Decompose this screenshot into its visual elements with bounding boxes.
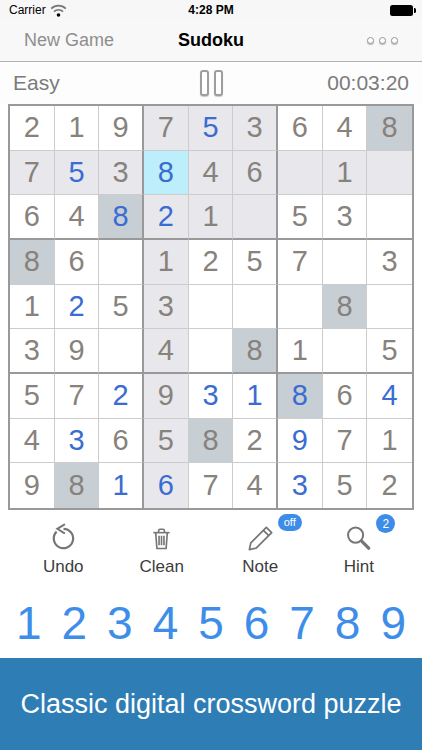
sudoku-cell-r4c8[interactable]: [323, 240, 368, 285]
sudoku-cell-r5c8[interactable]: 8: [323, 285, 368, 330]
hint-count-badge: 2: [376, 514, 395, 533]
sudoku-cell-r2c1[interactable]: 7: [10, 151, 55, 196]
sudoku-cell-r9c2[interactable]: 8: [55, 463, 100, 508]
sudoku-board: 2197536487538461648215386125731253839481…: [8, 104, 414, 510]
sudoku-cell-r3c7[interactable]: 5: [278, 195, 323, 240]
numpad-8[interactable]: 8: [335, 600, 361, 646]
hint-button[interactable]: 2 Hint: [310, 520, 409, 588]
sudoku-cell-r3c6[interactable]: [233, 195, 278, 240]
sudoku-cell-r6c3[interactable]: [99, 329, 144, 374]
wifi-icon: [50, 4, 67, 17]
clean-label: Clean: [140, 557, 184, 577]
sudoku-cell-r2c2[interactable]: 5: [55, 151, 100, 196]
note-button[interactable]: off Note: [211, 520, 310, 588]
clean-button[interactable]: Clean: [113, 520, 212, 588]
sudoku-cell-r1c6[interactable]: 3: [233, 106, 278, 151]
sudoku-cell-r6c1[interactable]: 3: [10, 329, 55, 374]
toolbar: Undo Clean off Note: [0, 510, 422, 588]
numpad-1[interactable]: 1: [16, 600, 42, 646]
sudoku-cell-r2c8[interactable]: 1: [323, 151, 368, 196]
sudoku-cell-r9c6[interactable]: 4: [233, 463, 278, 508]
pause-icon: [214, 70, 223, 96]
sudoku-cell-r9c4[interactable]: 6: [144, 463, 189, 508]
sudoku-cell-r8c4[interactable]: 5: [144, 419, 189, 464]
sudoku-cell-r1c9[interactable]: 8: [367, 106, 412, 151]
sudoku-cell-r4c5[interactable]: 2: [189, 240, 234, 285]
sudoku-cell-r3c1[interactable]: 6: [10, 195, 55, 240]
sudoku-cell-r5c1[interactable]: 1: [10, 285, 55, 330]
magnifier-icon: 2: [343, 520, 374, 554]
sudoku-cell-r9c9[interactable]: 2: [367, 463, 412, 508]
sudoku-cell-r8c2[interactable]: 3: [55, 419, 100, 464]
sudoku-cell-r4c2[interactable]: 6: [55, 240, 100, 285]
sudoku-cell-r9c3[interactable]: 1: [99, 463, 144, 508]
undo-button[interactable]: Undo: [14, 520, 113, 588]
numpad-9[interactable]: 9: [380, 600, 406, 646]
sudoku-cell-r3c4[interactable]: 2: [144, 195, 189, 240]
numpad-2[interactable]: 2: [62, 600, 88, 646]
number-pad: 123456789: [0, 588, 422, 658]
sudoku-cell-r2c4[interactable]: 8: [144, 151, 189, 196]
sudoku-cell-r6c7[interactable]: 1: [278, 329, 323, 374]
sudoku-cell-r4c3[interactable]: [99, 240, 144, 285]
sudoku-cell-r7c8[interactable]: 6: [323, 374, 368, 419]
sudoku-cell-r8c3[interactable]: 6: [99, 419, 144, 464]
sudoku-cell-r4c6[interactable]: 5: [233, 240, 278, 285]
new-game-button[interactable]: New Game: [24, 30, 114, 51]
sudoku-cell-r8c5[interactable]: 8: [189, 419, 234, 464]
sudoku-cell-r9c7[interactable]: 3: [278, 463, 323, 508]
sudoku-cell-r4c9[interactable]: 3: [367, 240, 412, 285]
sudoku-cell-r4c4[interactable]: 1: [144, 240, 189, 285]
sudoku-cell-r5c7[interactable]: [278, 285, 323, 330]
numpad-4[interactable]: 4: [153, 600, 179, 646]
sudoku-cell-r2c3[interactable]: 3: [99, 151, 144, 196]
sudoku-cell-r7c7[interactable]: 8: [278, 374, 323, 419]
ellipsis-menu-icon[interactable]: [367, 37, 398, 44]
pause-icon: [200, 70, 209, 96]
sudoku-cell-r8c8[interactable]: 7: [323, 419, 368, 464]
numpad-5[interactable]: 5: [198, 600, 224, 646]
sudoku-cell-r6c4[interactable]: 4: [144, 329, 189, 374]
sudoku-cell-r1c8[interactable]: 4: [323, 106, 368, 151]
numpad-3[interactable]: 3: [107, 600, 133, 646]
sudoku-cell-r5c5[interactable]: [189, 285, 234, 330]
sudoku-cell-r7c9[interactable]: 4: [367, 374, 412, 419]
sudoku-cell-r1c1[interactable]: 2: [10, 106, 55, 151]
note-status-badge: off: [278, 514, 302, 531]
sudoku-cell-r8c6[interactable]: 2: [233, 419, 278, 464]
sudoku-cell-r8c9[interactable]: 1: [367, 419, 412, 464]
sudoku-cell-r9c8[interactable]: 5: [323, 463, 368, 508]
sudoku-cell-r9c1[interactable]: 9: [10, 463, 55, 508]
sudoku-cell-r4c7[interactable]: 7: [278, 240, 323, 285]
sudoku-cell-r7c2[interactable]: 7: [55, 374, 100, 419]
numpad-7[interactable]: 7: [289, 600, 315, 646]
sudoku-cell-r6c6[interactable]: 8: [233, 329, 278, 374]
sudoku-cell-r6c5[interactable]: [189, 329, 234, 374]
sudoku-cell-r8c7[interactable]: 9: [278, 419, 323, 464]
game-header: Easy 00:03:20: [0, 62, 422, 104]
ad-banner[interactable]: Classic digital crossword puzzle: [0, 658, 422, 750]
sudoku-cell-r5c3[interactable]: 5: [99, 285, 144, 330]
sudoku-cell-r2c9[interactable]: [367, 151, 412, 196]
sudoku-cell-r3c2[interactable]: 4: [55, 195, 100, 240]
sudoku-cell-r6c8[interactable]: [323, 329, 368, 374]
sudoku-cell-r3c3[interactable]: 8: [99, 195, 144, 240]
sudoku-cell-r1c5[interactable]: 5: [189, 106, 234, 151]
sudoku-cell-r7c6[interactable]: 1: [233, 374, 278, 419]
pencil-icon: off: [245, 520, 276, 554]
sudoku-cell-r4c1[interactable]: 8: [10, 240, 55, 285]
ad-banner-text: Classic digital crossword puzzle: [20, 689, 401, 720]
undo-label: Undo: [43, 557, 84, 577]
sudoku-cell-r7c3[interactable]: 2: [99, 374, 144, 419]
sudoku-cell-r3c8[interactable]: 3: [323, 195, 368, 240]
undo-icon: [48, 520, 79, 554]
sudoku-cell-r5c4[interactable]: 3: [144, 285, 189, 330]
hint-label: Hint: [344, 557, 374, 577]
sudoku-cell-r7c4[interactable]: 9: [144, 374, 189, 419]
carrier-label: Carrier: [9, 3, 46, 17]
sudoku-cell-r5c6[interactable]: [233, 285, 278, 330]
sudoku-cell-r3c5[interactable]: 1: [189, 195, 234, 240]
sudoku-cell-r5c2[interactable]: 2: [55, 285, 100, 330]
status-bar: Carrier 4:28 PM: [0, 0, 422, 20]
battery-icon: [390, 5, 413, 16]
sudoku-cell-r6c2[interactable]: 9: [55, 329, 100, 374]
sudoku-cell-r7c5[interactable]: 3: [189, 374, 234, 419]
numpad-6[interactable]: 6: [244, 600, 270, 646]
sudoku-cell-r1c3[interactable]: 9: [99, 106, 144, 151]
pause-button[interactable]: [0, 70, 422, 96]
sudoku-cell-r6c9[interactable]: 5: [367, 329, 412, 374]
sudoku-cell-r9c5[interactable]: 7: [189, 463, 234, 508]
sudoku-cell-r2c5[interactable]: 4: [189, 151, 234, 196]
sudoku-cell-r1c2[interactable]: 1: [55, 106, 100, 151]
sudoku-cell-r2c7[interactable]: [278, 151, 323, 196]
nav-bar: New Game Sudoku: [0, 20, 422, 62]
sudoku-cell-r2c6[interactable]: 6: [233, 151, 278, 196]
sudoku-cell-r3c9[interactable]: [367, 195, 412, 240]
note-label: Note: [242, 557, 278, 577]
sudoku-cell-r1c4[interactable]: 7: [144, 106, 189, 151]
sudoku-cell-r7c1[interactable]: 5: [10, 374, 55, 419]
sudoku-cell-r5c9[interactable]: [367, 285, 412, 330]
sudoku-cell-r1c7[interactable]: 6: [278, 106, 323, 151]
trash-icon: [147, 520, 176, 554]
sudoku-cell-r8c1[interactable]: 4: [10, 419, 55, 464]
